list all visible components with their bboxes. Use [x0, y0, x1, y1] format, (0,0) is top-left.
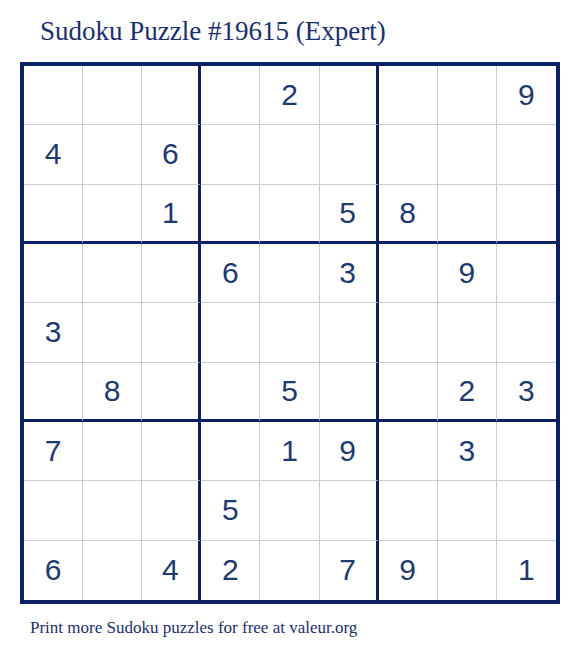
sudoku-cell-r6c2[interactable]: 8: [83, 363, 142, 422]
sudoku-cell-r6c6[interactable]: [320, 363, 379, 422]
sudoku-cell-r2c8[interactable]: [438, 125, 497, 184]
sudoku-cell-r9c5[interactable]: [260, 541, 319, 600]
sudoku-cell-r8c3[interactable]: [142, 481, 201, 540]
sudoku-cell-r4c1[interactable]: [24, 244, 83, 303]
sudoku-cell-r5c1[interactable]: 3: [24, 303, 83, 362]
sudoku-cell-r6c5[interactable]: 5: [260, 363, 319, 422]
sudoku-cell-r1c4[interactable]: [201, 66, 260, 125]
sudoku-cell-r9c4[interactable]: 2: [201, 541, 260, 600]
sudoku-cell-r6c3[interactable]: [142, 363, 201, 422]
sudoku-cell-r4c2[interactable]: [83, 244, 142, 303]
sudoku-cell-r2c9[interactable]: [497, 125, 556, 184]
sudoku-cell-r8c4[interactable]: 5: [201, 481, 260, 540]
sudoku-cell-r5c4[interactable]: [201, 303, 260, 362]
sudoku-cell-r8c1[interactable]: [24, 481, 83, 540]
sudoku-cell-r1c7[interactable]: [379, 66, 438, 125]
sudoku-cell-r3c7[interactable]: 8: [379, 185, 438, 244]
sudoku-cell-r8c7[interactable]: [379, 481, 438, 540]
sudoku-cell-r6c8[interactable]: 2: [438, 363, 497, 422]
sudoku-cell-r8c2[interactable]: [83, 481, 142, 540]
sudoku-cell-r4c8[interactable]: 9: [438, 244, 497, 303]
sudoku-cell-r6c1[interactable]: [24, 363, 83, 422]
sudoku-cell-r7c6[interactable]: 9: [320, 422, 379, 481]
sudoku-cell-r1c8[interactable]: [438, 66, 497, 125]
sudoku-cell-r5c8[interactable]: [438, 303, 497, 362]
sudoku-cell-r7c3[interactable]: [142, 422, 201, 481]
sudoku-cell-r4c5[interactable]: [260, 244, 319, 303]
sudoku-cell-r2c2[interactable]: [83, 125, 142, 184]
sudoku-cell-r8c6[interactable]: [320, 481, 379, 540]
sudoku-board: 29461586393852371935642791: [20, 62, 560, 604]
sudoku-cell-r5c9[interactable]: [497, 303, 556, 362]
sudoku-cell-r6c7[interactable]: [379, 363, 438, 422]
sudoku-cell-r2c5[interactable]: [260, 125, 319, 184]
sudoku-cell-r3c5[interactable]: [260, 185, 319, 244]
sudoku-cell-r4c3[interactable]: [142, 244, 201, 303]
sudoku-cell-r5c5[interactable]: [260, 303, 319, 362]
sudoku-cell-r4c4[interactable]: 6: [201, 244, 260, 303]
sudoku-cell-r8c9[interactable]: [497, 481, 556, 540]
sudoku-cell-r4c9[interactable]: [497, 244, 556, 303]
sudoku-cell-r3c3[interactable]: 1: [142, 185, 201, 244]
sudoku-cell-r9c6[interactable]: 7: [320, 541, 379, 600]
sudoku-cell-r2c4[interactable]: [201, 125, 260, 184]
sudoku-cell-r2c1[interactable]: 4: [24, 125, 83, 184]
sudoku-cell-r9c2[interactable]: [83, 541, 142, 600]
sudoku-cell-r6c4[interactable]: [201, 363, 260, 422]
sudoku-cell-r5c3[interactable]: [142, 303, 201, 362]
sudoku-cell-r1c1[interactable]: [24, 66, 83, 125]
sudoku-cell-r9c1[interactable]: 6: [24, 541, 83, 600]
page-title: Sudoku Puzzle #19615 (Expert): [40, 16, 386, 47]
sudoku-cell-r8c8[interactable]: [438, 481, 497, 540]
sudoku-cell-r6c9[interactable]: 3: [497, 363, 556, 422]
sudoku-cell-r7c7[interactable]: [379, 422, 438, 481]
sudoku-cell-r3c4[interactable]: [201, 185, 260, 244]
sudoku-cell-r7c9[interactable]: [497, 422, 556, 481]
sudoku-cell-r3c1[interactable]: [24, 185, 83, 244]
sudoku-cell-r4c7[interactable]: [379, 244, 438, 303]
sudoku-cell-r1c9[interactable]: 9: [497, 66, 556, 125]
sudoku-cell-r9c7[interactable]: 9: [379, 541, 438, 600]
footer-text: Print more Sudoku puzzles for free at va…: [30, 618, 357, 638]
sudoku-cell-r7c5[interactable]: 1: [260, 422, 319, 481]
sudoku-cell-r2c7[interactable]: [379, 125, 438, 184]
sudoku-cell-r9c9[interactable]: 1: [497, 541, 556, 600]
sudoku-cell-r1c5[interactable]: 2: [260, 66, 319, 125]
sudoku-cell-r4c6[interactable]: 3: [320, 244, 379, 303]
sudoku-cell-r9c3[interactable]: 4: [142, 541, 201, 600]
sudoku-cell-r3c6[interactable]: 5: [320, 185, 379, 244]
sudoku-cell-r1c3[interactable]: [142, 66, 201, 125]
sudoku-cell-r5c2[interactable]: [83, 303, 142, 362]
sudoku-cell-r1c6[interactable]: [320, 66, 379, 125]
sudoku-cell-r5c7[interactable]: [379, 303, 438, 362]
sudoku-cell-r1c2[interactable]: [83, 66, 142, 125]
sudoku-cell-r7c1[interactable]: 7: [24, 422, 83, 481]
sudoku-cell-r2c3[interactable]: 6: [142, 125, 201, 184]
sudoku-cell-r8c5[interactable]: [260, 481, 319, 540]
sudoku-cell-r7c2[interactable]: [83, 422, 142, 481]
sudoku-cell-r3c2[interactable]: [83, 185, 142, 244]
sudoku-cell-r3c9[interactable]: [497, 185, 556, 244]
page-root: Sudoku Puzzle #19615 (Expert) 2946158639…: [0, 0, 580, 651]
sudoku-cell-r3c8[interactable]: [438, 185, 497, 244]
sudoku-cell-r9c8[interactable]: [438, 541, 497, 600]
sudoku-cell-r5c6[interactable]: [320, 303, 379, 362]
sudoku-cell-r7c8[interactable]: 3: [438, 422, 497, 481]
sudoku-cell-r7c4[interactable]: [201, 422, 260, 481]
sudoku-cell-r2c6[interactable]: [320, 125, 379, 184]
